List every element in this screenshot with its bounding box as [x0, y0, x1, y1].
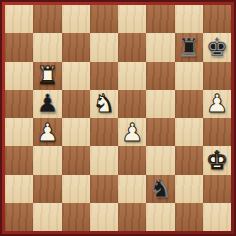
square-f4[interactable]: [146, 118, 174, 146]
piece-black-rook-g7[interactable]: ♜: [177, 35, 199, 60]
square-b3[interactable]: [33, 146, 61, 174]
piece-white-rook-b6[interactable]: ♜: [36, 63, 58, 88]
square-e7[interactable]: [118, 33, 146, 61]
piece-black-pawn-b5[interactable]: ♟: [36, 91, 58, 116]
square-h3[interactable]: ♚: [203, 146, 231, 174]
square-a3[interactable]: [5, 146, 33, 174]
square-b7[interactable]: [33, 33, 61, 61]
square-d7[interactable]: [90, 33, 118, 61]
square-h7[interactable]: ♚: [203, 33, 231, 61]
square-h4[interactable]: [203, 118, 231, 146]
square-c1[interactable]: [62, 203, 90, 231]
square-c3[interactable]: [62, 146, 90, 174]
square-h2[interactable]: [203, 175, 231, 203]
square-g5[interactable]: [175, 90, 203, 118]
square-h6[interactable]: [203, 62, 231, 90]
square-b6[interactable]: ♜: [33, 62, 61, 90]
square-b4[interactable]: ♟: [33, 118, 61, 146]
square-f6[interactable]: [146, 62, 174, 90]
square-f1[interactable]: [146, 203, 174, 231]
square-f7[interactable]: [146, 33, 174, 61]
square-a4[interactable]: [5, 118, 33, 146]
square-e4[interactable]: ♟: [118, 118, 146, 146]
piece-white-pawn-b4[interactable]: ♟: [36, 120, 58, 145]
piece-black-knight-f2[interactable]: ♞: [149, 176, 171, 201]
square-d4[interactable]: [90, 118, 118, 146]
square-c7[interactable]: [62, 33, 90, 61]
square-a8[interactable]: [5, 5, 33, 33]
square-a5[interactable]: [5, 90, 33, 118]
square-c4[interactable]: [62, 118, 90, 146]
piece-black-king-h7[interactable]: ♚: [206, 35, 228, 60]
square-g3[interactable]: [175, 146, 203, 174]
square-b1[interactable]: [33, 203, 61, 231]
chess-board: ♜♚♜♟♞♟♟♟♚♞: [5, 5, 231, 231]
piece-white-knight-d5[interactable]: ♞: [93, 91, 115, 116]
square-g4[interactable]: [175, 118, 203, 146]
square-d5[interactable]: ♞: [90, 90, 118, 118]
square-d1[interactable]: [90, 203, 118, 231]
square-h8[interactable]: [203, 5, 231, 33]
square-a1[interactable]: [5, 203, 33, 231]
square-a7[interactable]: [5, 33, 33, 61]
square-a2[interactable]: [5, 175, 33, 203]
square-h5[interactable]: ♟: [203, 90, 231, 118]
square-e5[interactable]: [118, 90, 146, 118]
board-frame: ♜♚♜♟♞♟♟♟♚♞: [0, 0, 236, 236]
square-b8[interactable]: [33, 5, 61, 33]
square-g6[interactable]: [175, 62, 203, 90]
square-e8[interactable]: [118, 5, 146, 33]
square-b2[interactable]: [33, 175, 61, 203]
square-f2[interactable]: ♞: [146, 175, 174, 203]
square-b5[interactable]: ♟: [33, 90, 61, 118]
square-f5[interactable]: [146, 90, 174, 118]
square-d8[interactable]: [90, 5, 118, 33]
piece-white-king-h3[interactable]: ♚: [206, 148, 228, 173]
square-a6[interactable]: [5, 62, 33, 90]
square-e6[interactable]: [118, 62, 146, 90]
square-f8[interactable]: [146, 5, 174, 33]
square-f3[interactable]: [146, 146, 174, 174]
square-d6[interactable]: [90, 62, 118, 90]
square-c8[interactable]: [62, 5, 90, 33]
square-c2[interactable]: [62, 175, 90, 203]
square-e2[interactable]: [118, 175, 146, 203]
square-c6[interactable]: [62, 62, 90, 90]
square-g1[interactable]: [175, 203, 203, 231]
square-c5[interactable]: [62, 90, 90, 118]
square-d3[interactable]: [90, 146, 118, 174]
square-g8[interactable]: [175, 5, 203, 33]
square-e1[interactable]: [118, 203, 146, 231]
square-e3[interactable]: [118, 146, 146, 174]
square-g2[interactable]: [175, 175, 203, 203]
square-d2[interactable]: [90, 175, 118, 203]
piece-white-pawn-e4[interactable]: ♟: [121, 120, 143, 145]
square-g7[interactable]: ♜: [175, 33, 203, 61]
square-h1[interactable]: [203, 203, 231, 231]
piece-white-pawn-h5[interactable]: ♟: [206, 91, 228, 116]
